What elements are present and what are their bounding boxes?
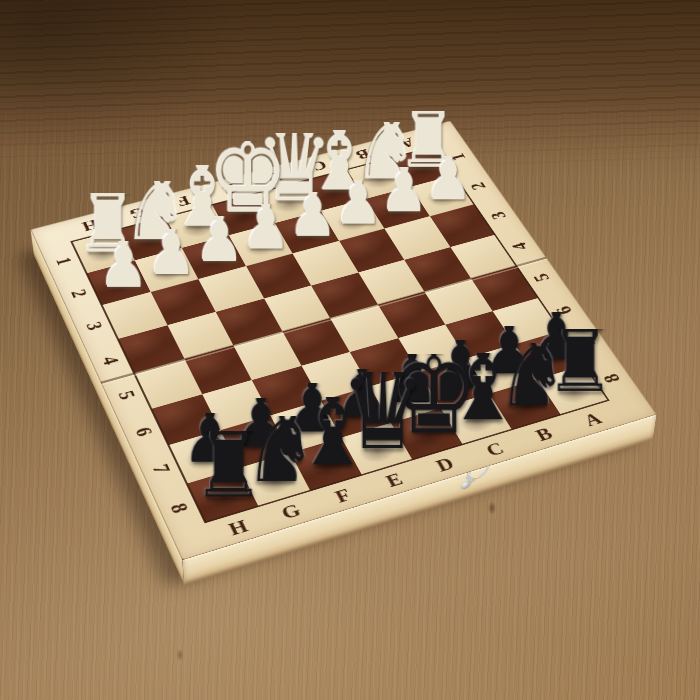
piece-contact-shadow xyxy=(450,403,503,439)
piece-contact-shadow xyxy=(220,201,267,230)
piece-contact-shadow xyxy=(401,417,454,453)
piece-contact-shadow xyxy=(280,411,332,447)
clasp-screw xyxy=(461,480,470,489)
piece-contact-shadow xyxy=(429,368,481,402)
piece-contact-shadow xyxy=(174,213,221,243)
piece-contact-shadow xyxy=(351,432,404,469)
piece-contact-shadow xyxy=(95,269,143,300)
rank-label-left-3: 3 xyxy=(64,309,124,345)
piece-contact-shadow xyxy=(477,354,529,388)
chess-set-photo: { "game": "chess", "position": { "fen": … xyxy=(0,0,700,700)
piece-contact-shadow xyxy=(380,382,432,417)
piece-contact-shadow xyxy=(499,388,552,423)
scene: HGFEDCBA1♜♞♝♚♛♝♞♜12♟♟♟♟♟♟♟♟2334455667♟♟♟… xyxy=(0,0,700,700)
